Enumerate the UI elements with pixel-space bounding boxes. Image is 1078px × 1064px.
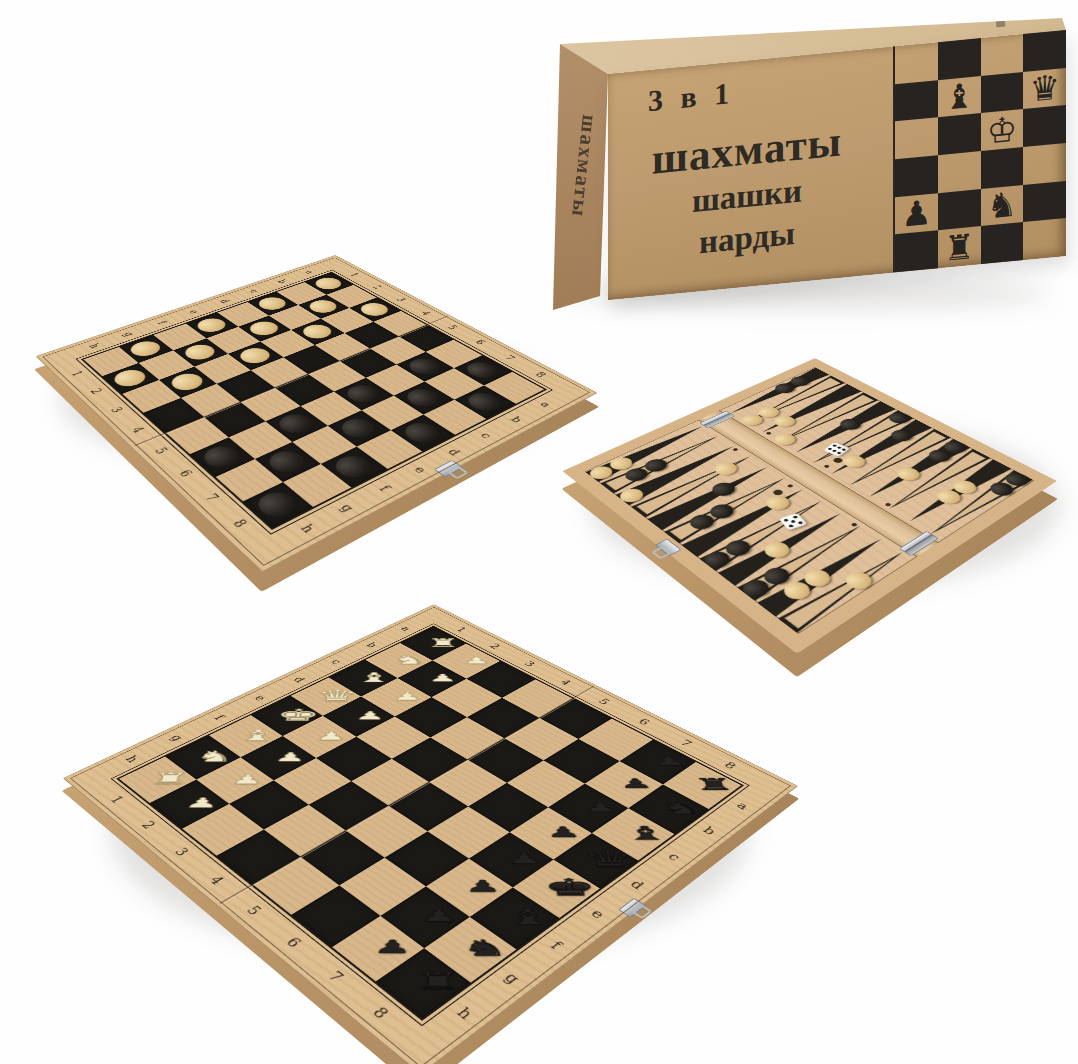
board-square-g7: [255, 442, 321, 482]
box-pawn-icon: ♟: [901, 195, 931, 232]
rank-label: 5: [145, 441, 176, 460]
rank-label: 3: [388, 294, 413, 305]
chess-piece-black-pawn: ♟: [571, 797, 631, 818]
board-square-b8: [454, 385, 515, 418]
box-chess-pattern: ♝♛♔♟♞♜: [893, 30, 1066, 273]
board-square-e5: [388, 782, 468, 831]
finger-hole: [771, 489, 784, 497]
box-title-block: шахматы шашки нарды: [616, 114, 878, 271]
chess-piece-white-pawn: ♟: [344, 707, 396, 724]
checker-light: [109, 367, 151, 390]
backgammon-point-inlay: [736, 518, 874, 602]
rank-label: 6: [466, 336, 493, 349]
box-pattern-square: ♟: [895, 193, 938, 235]
board-square-g6: [339, 858, 426, 916]
board-square-c8: ♝: [592, 808, 674, 860]
board-square-e8: ♚: [513, 860, 600, 918]
rank-label: 7: [672, 735, 699, 751]
hinge: [899, 531, 939, 556]
chess-piece-white-pawn: ♟: [453, 653, 502, 668]
board-square-f6: [265, 406, 327, 442]
board-square-f7: ♟: [426, 859, 513, 917]
chess-piece-black-knight: ♞: [452, 934, 519, 962]
file-label: b: [500, 411, 531, 428]
rank-label: 4: [413, 307, 439, 319]
file-label: c: [241, 286, 265, 297]
product-box: шахматы 3 в 1 шахматы шашки нарды ♝♛♔♟♞♜: [548, 18, 1078, 318]
board-square-d7: ♟: [510, 807, 592, 859]
board-square-g8: ♞: [424, 917, 516, 983]
file-label: d: [212, 296, 236, 307]
board-square-h8: [243, 482, 313, 527]
board-square-f4: [309, 781, 389, 830]
checker-dark: [399, 419, 446, 446]
box-pattern-square: [938, 38, 981, 80]
dowel-dot: [850, 522, 858, 527]
chess-piece-black-pawn: ♟: [494, 847, 556, 870]
backgammon-checker-dark: [705, 502, 738, 522]
dowel-dot: [786, 484, 793, 488]
board-square-d6: [334, 378, 394, 411]
board-square-c7: ♟: [548, 784, 628, 834]
box-pattern-square: [895, 231, 938, 273]
box-pattern-square: ♛: [1023, 68, 1066, 110]
checker-dark: [273, 411, 319, 437]
rank-label: 5: [439, 321, 465, 334]
backgammon-checker-light: [840, 569, 876, 593]
board-square-d6: [468, 783, 548, 832]
board-square-b8: ♞: [628, 784, 708, 834]
box-bishop-icon: ♝: [944, 78, 974, 115]
checker-dark: [251, 488, 302, 521]
box-pattern-square: [1023, 30, 1066, 72]
rank-label: 1: [63, 366, 90, 381]
rank-label: 8: [526, 367, 555, 382]
board-square-d8: [391, 415, 455, 452]
board-square-e8: [357, 430, 422, 469]
board-square-e7: ♟: [469, 832, 553, 887]
chess-piece-white-pawn: ♟: [218, 769, 277, 789]
board-square-f5: [240, 388, 300, 422]
checker-dark: [461, 359, 504, 381]
rank-label: 5: [591, 694, 617, 708]
board-square-h7: [216, 459, 283, 501]
rank-label: 1: [450, 624, 474, 636]
box-pattern-square: [895, 155, 938, 197]
backgammon-point-inlay: [698, 493, 834, 572]
chess-piece-white-pawn: ♟: [382, 688, 432, 704]
backgammon-checker-light: [779, 579, 815, 603]
chess-piece-black-bishop: ♝: [615, 822, 678, 844]
board-square-d7: [362, 396, 424, 431]
rank-label: 5: [238, 899, 270, 921]
file-label: f: [367, 478, 401, 499]
file-label: c: [324, 656, 348, 669]
box-pattern-square: [981, 147, 1024, 189]
chess-piece-black-pawn: ♟: [533, 821, 594, 843]
chess-piece-black-bishop: ♝: [496, 904, 562, 930]
box-rook-icon: ♜: [944, 229, 974, 266]
die-pip: [792, 515, 798, 518]
board-square-h6: [190, 437, 255, 477]
file-label: a: [394, 623, 417, 635]
board-square-e6: [301, 392, 362, 426]
chess-piece-white-bishop: ♝: [349, 669, 399, 685]
box-pattern-square: ♞: [981, 185, 1024, 227]
file-label: a: [530, 397, 560, 413]
file-label: b: [359, 639, 383, 651]
chess-piece-black-pawn: ♟: [452, 874, 515, 899]
chess-piece-black-rook: ♜: [404, 966, 472, 996]
rank-label: 6: [169, 463, 201, 483]
rank-label: 4: [122, 421, 152, 439]
file-label: a: [728, 797, 757, 815]
box-front-face: 3 в 1 шахматы шашки нарды ♝♛♔♟♞♜: [608, 30, 1066, 300]
chess-piece-white-rook: ♜: [420, 636, 467, 650]
die-5: [779, 513, 808, 531]
board-square-f8: ♝: [470, 887, 560, 949]
box-pattern-square: [1023, 181, 1066, 223]
box-pattern-square: [895, 118, 938, 160]
backgammon-point: [646, 460, 779, 531]
rank-label: 1: [342, 270, 365, 280]
file-label: e: [581, 903, 613, 925]
box-pattern-square: [1023, 143, 1066, 185]
rank-label: 3: [166, 842, 196, 862]
board-square-g4: [181, 384, 240, 417]
board-square-h7: ♟: [332, 916, 424, 982]
board-square-h5: [253, 857, 339, 915]
rank-label: 6: [277, 930, 310, 954]
board-square-f8: [321, 447, 388, 488]
backgammon-point: [736, 518, 874, 602]
rank-label: 2: [483, 640, 507, 652]
chess-piece-black-pawn: ♟: [640, 751, 699, 770]
chess-piece-black-knight: ♞: [650, 797, 712, 818]
board-square-e7: [328, 410, 391, 446]
board-square-h3: [122, 380, 181, 413]
chess-piece-white-king: ♚: [271, 706, 325, 723]
box-pattern-square: [938, 151, 981, 193]
box-knight-icon: ♞: [987, 187, 1017, 224]
file-label: c: [659, 847, 690, 867]
file-label: e: [181, 306, 206, 318]
checker-light: [166, 371, 208, 394]
backgammon-point: [698, 493, 834, 572]
board-grid: [83, 273, 544, 528]
backgammon-checker-dark: [738, 576, 774, 600]
box-pattern-square: [1023, 105, 1066, 147]
checkers-board: hhggffeeddccbbaa1122334455667788: [108, 174, 488, 554]
backgammon-checker-light: [800, 567, 836, 590]
file-label: g: [115, 328, 141, 341]
board-square-f6: [385, 831, 469, 886]
file-label: f: [539, 934, 572, 958]
board-square-g6: [229, 421, 293, 459]
box-pattern-square: [981, 34, 1024, 76]
board-square-g3: [229, 780, 309, 829]
box-pattern-square: ♝: [938, 76, 981, 118]
die-pip: [798, 521, 804, 525]
board-square-c7: [394, 382, 455, 415]
die-pip: [836, 451, 841, 454]
board-square-h5: [166, 417, 229, 454]
chess-piece-black-king: ♚: [538, 875, 603, 900]
file-label: g: [494, 966, 528, 991]
board-square-d8: ♛: [553, 833, 638, 888]
die-pip: [788, 524, 794, 528]
rank-label: 3: [101, 401, 130, 418]
board-square-f5: [346, 806, 428, 858]
product-photo: шахматы 3 в 1 шахматы шашки нарды ♝♛♔♟♞♜…: [0, 0, 1078, 1064]
chess-board: ♜♞♝♚♛♝♞♜♟♟♟♟♟♟♟♟♟♟♟♟♟♟♟♟♜♞♝♚♛♝♞♜hhggffee…: [169, 522, 689, 1042]
backgammon-checker-light: [949, 478, 981, 496]
board-square-g8: [283, 464, 351, 507]
checker-dark: [263, 447, 311, 476]
checker-dark: [335, 415, 381, 442]
die-pip: [841, 448, 846, 451]
rank-label: 2: [133, 815, 163, 834]
rank-label: 8: [716, 757, 744, 773]
file-label: g: [163, 730, 190, 745]
rank-label: 6: [630, 714, 656, 729]
file-label: d: [437, 443, 469, 462]
backgammon-checker-light: [762, 493, 794, 512]
file-label: f: [149, 317, 174, 329]
rank-label: 3: [517, 657, 542, 670]
chess-piece-black-queen: ♛: [577, 848, 641, 871]
file-label: f: [206, 710, 232, 725]
chess-piece-white-pawn: ♟: [418, 670, 467, 686]
checker-dark: [198, 442, 246, 471]
rank-label: 2: [364, 281, 388, 292]
file-label: h: [118, 751, 145, 767]
file-label: e: [247, 691, 273, 705]
chess-piece-black-pawn: ♟: [606, 773, 666, 793]
chess-piece-white-knight: ♞: [186, 747, 244, 766]
board-square-e6: [428, 806, 510, 858]
board-square-h2: ♟: [150, 780, 229, 829]
file-label: d: [621, 874, 653, 895]
box-pattern-square: ♜: [938, 226, 981, 268]
chess-piece-white-pawn: ♟: [262, 748, 318, 767]
checker-dark: [462, 390, 507, 414]
backgammon-checker-light: [933, 488, 965, 507]
file-label: e: [403, 460, 436, 480]
backgammon-checker-dark: [685, 512, 718, 532]
file-label: c: [469, 427, 501, 445]
box-pattern-square: [1023, 218, 1066, 260]
box-pattern-square: ♔: [981, 109, 1024, 151]
box-pattern-square: [938, 189, 981, 231]
rank-label: 8: [362, 999, 397, 1026]
checker-dark: [401, 386, 445, 410]
board-square-h3: [182, 804, 264, 856]
board-square-f4: [217, 370, 275, 402]
rank-label: 4: [201, 870, 232, 891]
die-pip: [783, 518, 789, 522]
box-pattern-square: [895, 80, 938, 122]
board-square-e5: [275, 374, 334, 406]
file-label: a: [297, 267, 320, 277]
chess-piece-white-pawn: ♟: [171, 792, 232, 813]
board-square-g4: [264, 805, 346, 857]
box-badge-3in1: 3 в 1: [648, 76, 734, 118]
backgammon-checker-dark: [708, 480, 740, 499]
backgammon-checker-dark: [721, 537, 755, 559]
chess-piece-white-pawn: ♟: [304, 727, 358, 745]
box-pattern-square: [981, 72, 1024, 114]
box-queen-icon: ♛: [1029, 70, 1059, 107]
dowel-dot: [884, 502, 891, 506]
file-label: h: [80, 340, 106, 354]
chess-piece-black-rook: ♜: [684, 774, 745, 794]
backgammon-point: [680, 482, 815, 558]
die-pip: [790, 520, 796, 524]
checker-dark: [329, 452, 378, 482]
board-square-h4: [217, 830, 301, 885]
board-square-f7: [292, 426, 356, 464]
board-frame: ♜♞♝♚♛♝♞♜♟♟♟♟♟♟♟♟♟♟♟♟♟♟♟♟♜♞♝♚♛♝♞♜hhggffee…: [63, 604, 798, 1064]
board-square-g7: ♟: [380, 886, 469, 948]
board-square-g5: [301, 830, 385, 885]
chess-piece-black-pawn: ♟: [359, 933, 425, 961]
box-king-outline-icon: ♔: [987, 112, 1017, 149]
file-label: b: [694, 822, 724, 841]
file-label: g: [329, 497, 364, 519]
checker-dark: [341, 382, 385, 406]
rank-label: 7: [318, 964, 352, 989]
file-label: h: [447, 1000, 483, 1027]
chess-piece-white-knight: ♞: [385, 652, 433, 667]
backgammon-checker-dark: [986, 480, 1018, 498]
chess-piece-black-pawn: ♟: [407, 902, 471, 928]
chess-piece-white-bishop: ♝: [229, 726, 285, 744]
backgammon-checker-light: [616, 486, 648, 505]
box-pattern-square: [895, 42, 938, 84]
board-square-a8: [484, 372, 544, 404]
rank-label: 1: [102, 791, 131, 809]
box-pattern-square: [981, 222, 1024, 264]
file-label: d: [286, 673, 311, 686]
board-square-h8: ♜: [376, 948, 471, 1018]
rank-label: 7: [495, 351, 523, 365]
file-label: b: [270, 276, 294, 287]
board-square-h6: [291, 885, 380, 947]
board-grid: ♜♞♝♚♛♝♞♜♟♟♟♟♟♟♟♟♟♟♟♟♟♟♟♟♜♞♝♚♛♝♞♜: [119, 627, 741, 1018]
board-square-h4: [143, 398, 204, 433]
backgammon-point: [717, 505, 854, 586]
board-square-g5: [204, 402, 265, 437]
box-print-mark-icon: [996, 20, 1005, 28]
board-square-c8: [423, 400, 486, 435]
backgammon-checker-light: [760, 539, 794, 561]
chess-piece-white-rook: ♜: [139, 769, 199, 789]
rank-label: 2: [81, 383, 109, 399]
backgammon-checker-dark: [759, 564, 794, 587]
backgammon-checker-dark: [700, 548, 735, 570]
chess-piece-white-queen: ♛: [311, 687, 363, 703]
rank-label: 4: [553, 675, 578, 688]
rank-label: 7: [194, 487, 228, 509]
box-pattern-square: [938, 113, 981, 155]
